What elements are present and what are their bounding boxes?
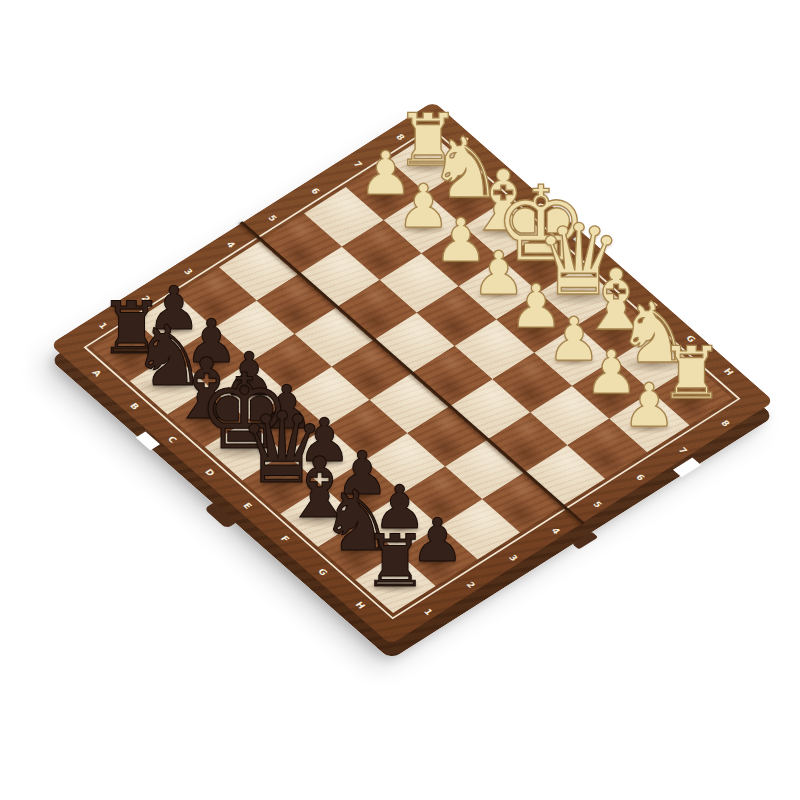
file-label-bottom-c: C <box>162 432 182 447</box>
chessboard: AABBCCDDEEFFGGHH8877665544332211 <box>49 101 774 644</box>
rank-label-right-1: 1 <box>418 604 438 619</box>
file-label-bottom-a: A <box>86 365 106 380</box>
file-label-top-h: H <box>718 364 738 379</box>
file-label-top-d: D <box>567 232 587 247</box>
file-label-bottom-e: E <box>237 498 257 513</box>
rank-label-right-2: 2 <box>460 577 480 592</box>
rank-label-right-5: 5 <box>587 496 607 511</box>
clasp-tab <box>203 502 236 528</box>
product-photo-stage: AABBCCDDEEFFGGHH8877665544332211 ♜♞♝♚♛♝♞… <box>0 0 800 800</box>
rank-label-right-6: 6 <box>630 470 650 485</box>
file-label-top-b: B <box>492 165 512 180</box>
file-label-bottom-f: F <box>275 531 295 546</box>
file-label-top-g: G <box>680 331 700 346</box>
file-label-top-a: A <box>454 132 474 147</box>
hinge-tab-right <box>572 531 598 549</box>
file-label-top-f: F <box>643 298 663 313</box>
file-label-top-c: C <box>530 198 550 213</box>
file-label-bottom-d: D <box>199 465 219 480</box>
rank-label-right-7: 7 <box>672 443 692 458</box>
file-label-bottom-h: H <box>350 597 370 612</box>
file-label-bottom-g: G <box>312 564 332 579</box>
rank-label-right-4: 4 <box>545 523 565 538</box>
file-label-top-e: E <box>605 265 625 280</box>
rank-label-right-3: 3 <box>503 550 523 565</box>
rank-label-right-8: 8 <box>714 416 734 431</box>
file-label-bottom-b: B <box>124 399 144 414</box>
